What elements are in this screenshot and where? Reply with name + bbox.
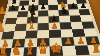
square-e8[interactable]: ♚ bbox=[48, 0, 58, 5]
square-e1[interactable]: ♚ bbox=[50, 46, 64, 56]
square-d7[interactable]: ♟ bbox=[38, 5, 48, 11]
white-bishop[interactable]: ♝ bbox=[23, 44, 37, 56]
black-king[interactable]: ♚ bbox=[48, 0, 58, 5]
white-knight[interactable]: ♞ bbox=[10, 44, 24, 56]
chess-board: ♜♝♛♚♜♟♟♟♟♞♟♟♞♞♝♟♝♟♟♟♟♟♟♟♟♜♞♝♛♚♜ bbox=[0, 0, 100, 56]
black-pawn[interactable]: ♟ bbox=[68, 2, 78, 10]
white-pawn[interactable]: ♟ bbox=[62, 36, 75, 46]
white-pawn[interactable]: ♟ bbox=[74, 36, 87, 46]
square-e4[interactable]: ♟ bbox=[49, 23, 61, 31]
white-king[interactable]: ♚ bbox=[49, 41, 63, 56]
black-knight[interactable]: ♞ bbox=[59, 6, 70, 16]
white-queen[interactable]: ♛ bbox=[36, 42, 50, 56]
square-h1[interactable]: ♜ bbox=[87, 45, 100, 55]
white-pawn[interactable]: ♟ bbox=[49, 21, 61, 30]
chess-photo: ♜♝♛♚♜♟♟♟♟♞♟♟♞♞♝♟♝♟♟♟♟♟♟♟♟♜♞♝♛♚♜ ♟ ♟ bbox=[0, 0, 100, 56]
white-bishop[interactable]: ♝ bbox=[26, 20, 38, 31]
square-g2[interactable]: ♟ bbox=[73, 37, 87, 46]
offboard-white-pawn-middle: ♟ bbox=[0, 21, 6, 33]
square-c4[interactable]: ♝ bbox=[26, 23, 38, 31]
scene: ♜♝♛♚♜♟♟♟♟♞♟♟♞♞♝♟♝♟♟♟♟♟♟♟♟♜♞♝♛♚♜ ♟ ♟ bbox=[0, 0, 100, 56]
black-pawn[interactable]: ♟ bbox=[8, 4, 18, 12]
square-c1[interactable]: ♝ bbox=[23, 47, 37, 56]
offboard-white-pawn-upper: ♟ bbox=[0, 6, 7, 16]
black-pawn[interactable]: ♟ bbox=[38, 3, 48, 11]
white-rook[interactable]: ♜ bbox=[89, 43, 100, 55]
square-h7[interactable]: ♟ bbox=[77, 4, 88, 10]
square-f6[interactable]: ♞ bbox=[58, 10, 69, 16]
chess-board-grid: ♜♝♛♚♜♟♟♟♟♞♟♟♞♞♝♟♝♟♟♟♟♟♟♟♟♜♞♝♛♚♜ bbox=[0, 0, 100, 56]
square-f2[interactable]: ♟ bbox=[61, 37, 75, 46]
square-d1[interactable]: ♛ bbox=[37, 47, 50, 56]
white-rook[interactable]: ♜ bbox=[0, 46, 10, 56]
black-pawn[interactable]: ♟ bbox=[78, 1, 88, 9]
